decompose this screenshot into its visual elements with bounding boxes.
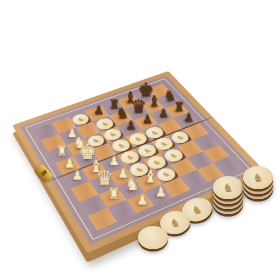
white-bishop-piece: ♝ <box>143 169 158 185</box>
black-pawn-piece: ♟ <box>142 114 152 125</box>
board-grid: ♞♟♜♝♚♟♞♞♛♝♞♜♞♞♞♟♟♟♜♟♚♞♞♞♟♟♝♟♞♞♞♞♛♟♞♞♞♜♞♝… <box>34 84 241 231</box>
chess-board: ♞♟♜♝♚♟♞♞♛♝♞♜♞♞♞♟♟♟♜♟♚♞♞♞♟♟♝♟♞♞♞♞♛♟♞♞♞♜♞♝… <box>12 71 266 253</box>
checker-engraving-knight-icon: ♞ <box>124 153 136 162</box>
checker-engraving-knight-icon: ♞ <box>160 170 173 180</box>
checker-engraving-knight-icon: ♞ <box>141 146 153 155</box>
white-pawn-piece: ♟ <box>155 186 167 198</box>
checker-engraving-knight-icon: ♞ <box>75 115 86 123</box>
black-pawn-piece: ♟ <box>158 108 168 119</box>
checker-engraving-knight-icon: ♞ <box>132 135 144 144</box>
checker-engraving-knight-icon: ♞ <box>107 130 119 139</box>
checker-engraving-knight-icon: ♞ <box>99 120 110 128</box>
board-perspective: ♞♟♜♝♚♟♞♞♛♝♞♜♞♞♞♟♟♟♜♟♚♞♞♞♟♟♝♟♞♞♞♞♛♟♞♞♞♜♞♝… <box>0 0 280 280</box>
checker-engraving-knight-icon: ♞ <box>158 139 170 148</box>
checker-engraving-knight-icon: ♞ <box>174 133 186 142</box>
black-pawn-piece: ♟ <box>126 120 136 131</box>
black-pawn-piece: ♟ <box>183 112 193 123</box>
white-rook-piece: ♜ <box>108 187 121 200</box>
white-pawn-piece: ♟ <box>136 194 148 206</box>
white-pawn-piece: ♟ <box>72 170 83 182</box>
black-pawn-piece: ♟ <box>93 105 103 116</box>
checker-engraving-knight-icon: ♞ <box>115 141 127 150</box>
product-photo: ♞♟♜♝♚♟♞♞♛♝♞♜♞♞♞♟♟♟♜♟♚♞♞♞♟♟♝♟♞♞♞♞♛♟♞♞♞♜♞♝… <box>0 0 280 280</box>
white-knight-piece: ♞ <box>125 178 139 193</box>
